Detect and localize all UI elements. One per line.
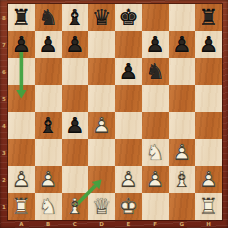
- square-b4[interactable]: ♝♗: [35, 112, 62, 139]
- square-d5[interactable]: [88, 85, 115, 112]
- square-h7[interactable]: ♟♙: [195, 31, 222, 58]
- piece-white-king[interactable]: ♚♔: [115, 193, 142, 220]
- square-g1[interactable]: [169, 193, 196, 220]
- square-a3[interactable]: [8, 139, 35, 166]
- square-h4[interactable]: [195, 112, 222, 139]
- rank-label-4: 4: [0, 112, 8, 139]
- piece-outline-glyph: ♙: [169, 31, 196, 58]
- square-h3[interactable]: [195, 139, 222, 166]
- square-d1[interactable]: ♛♕: [88, 193, 115, 220]
- square-e4[interactable]: [115, 112, 142, 139]
- piece-outline-glyph: ♖: [195, 193, 222, 220]
- piece-white-rook[interactable]: ♜♖: [8, 193, 35, 220]
- piece-outline-glyph: ♙: [115, 58, 142, 85]
- square-g3[interactable]: ♟♙: [169, 139, 196, 166]
- square-d6[interactable]: [88, 58, 115, 85]
- square-h1[interactable]: ♜♖: [195, 193, 222, 220]
- piece-black-king[interactable]: ♚♔: [115, 4, 142, 31]
- piece-white-pawn[interactable]: ♟♙: [169, 139, 196, 166]
- piece-outline-glyph: ♗: [62, 193, 89, 220]
- piece-black-pawn[interactable]: ♟♙: [35, 31, 62, 58]
- square-f8[interactable]: [142, 4, 169, 31]
- square-b3[interactable]: [35, 139, 62, 166]
- square-a1[interactable]: ♜♖: [8, 193, 35, 220]
- file-label-g: G: [169, 220, 196, 228]
- rank-label-7: 7: [0, 31, 8, 58]
- piece-white-queen[interactable]: ♛♕: [88, 193, 115, 220]
- piece-outline-glyph: ♙: [142, 31, 169, 58]
- piece-outline-glyph: ♙: [35, 166, 62, 193]
- square-c1[interactable]: ♝♗: [62, 193, 89, 220]
- piece-outline-glyph: ♙: [62, 31, 89, 58]
- piece-black-bishop[interactable]: ♝♗: [35, 112, 62, 139]
- piece-black-pawn[interactable]: ♟♙: [62, 31, 89, 58]
- square-d3[interactable]: [88, 139, 115, 166]
- piece-outline-glyph: ♙: [142, 166, 169, 193]
- square-g5[interactable]: [169, 85, 196, 112]
- rank-label-5: 5: [0, 85, 8, 112]
- square-e5[interactable]: [115, 85, 142, 112]
- square-g2[interactable]: ♝♗: [169, 166, 196, 193]
- piece-white-bishop[interactable]: ♝♗: [62, 193, 89, 220]
- rank-label-1: 1: [0, 193, 8, 220]
- chess-board: ♜♖♞♘♝♗♛♕♚♔♜♖♟♙♟♙♟♙♟♙♟♙♟♙♟♙♞♘♝♗♟♙♟♙♞♘♟♙♟♙…: [8, 4, 222, 220]
- square-c3[interactable]: [62, 139, 89, 166]
- square-g6[interactable]: [169, 58, 196, 85]
- square-e8[interactable]: ♚♔: [115, 4, 142, 31]
- square-b7[interactable]: ♟♙: [35, 31, 62, 58]
- file-label-c: C: [62, 220, 89, 228]
- chess-app: 87654321 ABCDEFGH ♜♖♞♘♝♗♛♕♚♔♜♖♟♙♟♙♟♙♟♙♟♙…: [0, 0, 228, 228]
- square-d8[interactable]: ♛♕: [88, 4, 115, 31]
- piece-outline-glyph: ♘: [142, 58, 169, 85]
- square-b5[interactable]: [35, 85, 62, 112]
- piece-white-pawn[interactable]: ♟♙: [8, 166, 35, 193]
- square-f2[interactable]: ♟♙: [142, 166, 169, 193]
- piece-outline-glyph: ♖: [195, 4, 222, 31]
- piece-outline-glyph: ♘: [142, 139, 169, 166]
- piece-outline-glyph: ♗: [35, 112, 62, 139]
- piece-outline-glyph: ♕: [88, 193, 115, 220]
- piece-white-bishop[interactable]: ♝♗: [169, 166, 196, 193]
- piece-black-rook[interactable]: ♜♖: [8, 4, 35, 31]
- square-a7[interactable]: ♟♙: [8, 31, 35, 58]
- piece-black-pawn[interactable]: ♟♙: [142, 31, 169, 58]
- square-d7[interactable]: [88, 31, 115, 58]
- piece-outline-glyph: ♙: [35, 31, 62, 58]
- piece-white-pawn[interactable]: ♟♙: [142, 166, 169, 193]
- square-h6[interactable]: [195, 58, 222, 85]
- piece-outline-glyph: ♖: [8, 4, 35, 31]
- file-label-b: B: [35, 220, 62, 228]
- square-e3[interactable]: [115, 139, 142, 166]
- square-f5[interactable]: [142, 85, 169, 112]
- piece-outline-glyph: ♙: [8, 166, 35, 193]
- square-f6[interactable]: ♞♘: [142, 58, 169, 85]
- file-label-a: A: [8, 220, 35, 228]
- square-c6[interactable]: [62, 58, 89, 85]
- rank-label-3: 3: [0, 139, 8, 166]
- piece-white-pawn[interactable]: ♟♙: [195, 166, 222, 193]
- piece-outline-glyph: ♙: [115, 166, 142, 193]
- piece-black-pawn[interactable]: ♟♙: [169, 31, 196, 58]
- piece-outline-glyph: ♙: [195, 31, 222, 58]
- piece-outline-glyph: ♙: [195, 166, 222, 193]
- piece-black-knight[interactable]: ♞♘: [35, 4, 62, 31]
- square-a6[interactable]: [8, 58, 35, 85]
- piece-black-pawn[interactable]: ♟♙: [8, 31, 35, 58]
- file-label-d: D: [88, 220, 115, 228]
- square-a5[interactable]: [8, 85, 35, 112]
- square-a2[interactable]: ♟♙: [8, 166, 35, 193]
- square-b2[interactable]: ♟♙: [35, 166, 62, 193]
- piece-black-knight[interactable]: ♞♘: [142, 58, 169, 85]
- square-e7[interactable]: [115, 31, 142, 58]
- piece-outline-glyph: ♗: [62, 4, 89, 31]
- piece-outline-glyph: ♔: [115, 193, 142, 220]
- square-e1[interactable]: ♚♔: [115, 193, 142, 220]
- piece-white-knight[interactable]: ♞♘: [142, 139, 169, 166]
- square-g7[interactable]: ♟♙: [169, 31, 196, 58]
- square-g8[interactable]: [169, 4, 196, 31]
- piece-outline-glyph: ♗: [169, 166, 196, 193]
- square-d2[interactable]: [88, 166, 115, 193]
- square-f7[interactable]: ♟♙: [142, 31, 169, 58]
- square-a4[interactable]: [8, 112, 35, 139]
- piece-outline-glyph: ♔: [115, 4, 142, 31]
- file-label-e: E: [115, 220, 142, 228]
- rank-label-6: 6: [0, 58, 8, 85]
- piece-outline-glyph: ♙: [8, 31, 35, 58]
- rank-label-8: 8: [0, 4, 8, 31]
- square-c2[interactable]: [62, 166, 89, 193]
- piece-outline-glyph: ♕: [88, 4, 115, 31]
- square-e6[interactable]: ♟♙: [115, 58, 142, 85]
- file-label-f: F: [142, 220, 169, 228]
- piece-outline-glyph: ♙: [169, 139, 196, 166]
- square-f1[interactable]: [142, 193, 169, 220]
- piece-white-pawn[interactable]: ♟♙: [35, 166, 62, 193]
- square-g4[interactable]: [169, 112, 196, 139]
- file-labels: ABCDEFGH: [8, 220, 222, 228]
- file-label-h: H: [195, 220, 222, 228]
- square-b6[interactable]: [35, 58, 62, 85]
- square-b1[interactable]: ♞♘: [35, 193, 62, 220]
- piece-white-pawn[interactable]: ♟♙: [115, 166, 142, 193]
- piece-black-pawn[interactable]: ♟♙: [62, 112, 89, 139]
- piece-outline-glyph: ♙: [88, 112, 115, 139]
- square-f4[interactable]: [142, 112, 169, 139]
- square-h8[interactable]: ♜♖: [195, 4, 222, 31]
- square-c8[interactable]: ♝♗: [62, 4, 89, 31]
- piece-white-knight[interactable]: ♞♘: [35, 193, 62, 220]
- piece-outline-glyph: ♖: [8, 193, 35, 220]
- piece-outline-glyph: ♘: [35, 193, 62, 220]
- square-c4[interactable]: ♟♙: [62, 112, 89, 139]
- piece-black-pawn[interactable]: ♟♙: [195, 31, 222, 58]
- piece-black-bishop[interactable]: ♝♗: [62, 4, 89, 31]
- piece-outline-glyph: ♘: [35, 4, 62, 31]
- rank-labels: 87654321: [0, 4, 8, 220]
- piece-outline-glyph: ♙: [62, 112, 89, 139]
- square-d4[interactable]: ♟♙: [88, 112, 115, 139]
- piece-black-queen[interactable]: ♛♕: [88, 4, 115, 31]
- square-c5[interactable]: [62, 85, 89, 112]
- square-f3[interactable]: ♞♘: [142, 139, 169, 166]
- square-e2[interactable]: ♟♙: [115, 166, 142, 193]
- piece-white-pawn[interactable]: ♟♙: [88, 112, 115, 139]
- square-a8[interactable]: ♜♖: [8, 4, 35, 31]
- square-b8[interactable]: ♞♘: [35, 4, 62, 31]
- piece-black-rook[interactable]: ♜♖: [195, 4, 222, 31]
- square-c7[interactable]: ♟♙: [62, 31, 89, 58]
- piece-black-pawn[interactable]: ♟♙: [115, 58, 142, 85]
- square-h5[interactable]: [195, 85, 222, 112]
- square-h2[interactable]: ♟♙: [195, 166, 222, 193]
- piece-white-rook[interactable]: ♜♖: [195, 193, 222, 220]
- rank-label-2: 2: [0, 166, 8, 193]
